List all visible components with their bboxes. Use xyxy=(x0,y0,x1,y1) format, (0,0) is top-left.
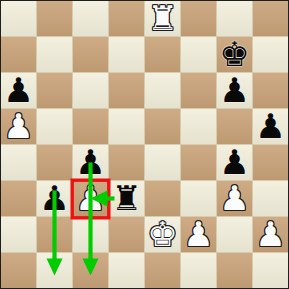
white-pawn-h2[interactable]: ♟ xyxy=(255,217,285,251)
chess-board: ♜♚♟♟♟♟♟♟♟♟♜♟♚♟♟ xyxy=(0,0,289,289)
square-a6[interactable]: ♟ xyxy=(1,73,36,108)
square-b6[interactable] xyxy=(37,73,72,108)
square-e3[interactable] xyxy=(145,181,180,216)
square-b7[interactable] xyxy=(37,37,72,72)
square-c1[interactable] xyxy=(73,253,108,288)
black-pawn-b3[interactable]: ♟ xyxy=(39,181,69,215)
white-pawn-a5[interactable]: ♟ xyxy=(3,109,33,143)
square-d2[interactable] xyxy=(109,217,144,252)
square-d4[interactable] xyxy=(109,145,144,180)
square-f7[interactable] xyxy=(181,37,216,72)
square-h5[interactable]: ♟ xyxy=(253,109,288,144)
square-e2[interactable]: ♚ xyxy=(145,217,180,252)
black-pawn-g4[interactable]: ♟ xyxy=(219,145,249,179)
square-g5[interactable] xyxy=(217,109,252,144)
square-b8[interactable] xyxy=(37,1,72,36)
square-b2[interactable] xyxy=(37,217,72,252)
square-f2[interactable]: ♟ xyxy=(181,217,216,252)
square-h7[interactable] xyxy=(253,37,288,72)
square-h1[interactable] xyxy=(253,253,288,288)
square-e4[interactable] xyxy=(145,145,180,180)
black-pawn-a6[interactable]: ♟ xyxy=(3,73,33,107)
white-pawn-f2[interactable]: ♟ xyxy=(183,217,213,251)
square-c7[interactable] xyxy=(73,37,108,72)
square-f1[interactable] xyxy=(181,253,216,288)
square-d5[interactable] xyxy=(109,109,144,144)
square-e6[interactable] xyxy=(145,73,180,108)
square-f4[interactable] xyxy=(181,145,216,180)
black-pawn-h5[interactable]: ♟ xyxy=(255,109,285,143)
square-b1[interactable] xyxy=(37,253,72,288)
square-e5[interactable] xyxy=(145,109,180,144)
square-e8[interactable]: ♜ xyxy=(145,1,180,36)
square-e1[interactable] xyxy=(145,253,180,288)
black-pawn-g6[interactable]: ♟ xyxy=(219,73,249,107)
square-c2[interactable] xyxy=(73,217,108,252)
square-f6[interactable] xyxy=(181,73,216,108)
square-f3[interactable] xyxy=(181,181,216,216)
white-rook-e8[interactable]: ♜ xyxy=(147,1,177,35)
square-c6[interactable] xyxy=(73,73,108,108)
square-a3[interactable] xyxy=(1,181,36,216)
board-squares: ♜♚♟♟♟♟♟♟♟♟♜♟♚♟♟ xyxy=(0,0,289,289)
black-king-g7[interactable]: ♚ xyxy=(219,37,249,71)
square-e7[interactable] xyxy=(145,37,180,72)
white-pawn-g3[interactable]: ♟ xyxy=(219,181,249,215)
square-a8[interactable] xyxy=(1,1,36,36)
square-g1[interactable] xyxy=(217,253,252,288)
square-a4[interactable] xyxy=(1,145,36,180)
square-c3[interactable]: ♟ xyxy=(73,181,108,216)
square-d6[interactable] xyxy=(109,73,144,108)
black-pawn-c4[interactable]: ♟ xyxy=(75,145,105,179)
square-c4[interactable]: ♟ xyxy=(73,145,108,180)
square-d1[interactable] xyxy=(109,253,144,288)
square-h6[interactable] xyxy=(253,73,288,108)
square-g4[interactable]: ♟ xyxy=(217,145,252,180)
square-h8[interactable] xyxy=(253,1,288,36)
white-pawn-c3[interactable]: ♟ xyxy=(75,181,105,215)
square-h2[interactable]: ♟ xyxy=(253,217,288,252)
square-c5[interactable] xyxy=(73,109,108,144)
square-c8[interactable] xyxy=(73,1,108,36)
square-b4[interactable] xyxy=(37,145,72,180)
square-g8[interactable] xyxy=(217,1,252,36)
square-d7[interactable] xyxy=(109,37,144,72)
square-a7[interactable] xyxy=(1,37,36,72)
square-b3[interactable]: ♟ xyxy=(37,181,72,216)
square-a1[interactable] xyxy=(1,253,36,288)
square-h4[interactable] xyxy=(253,145,288,180)
square-b5[interactable] xyxy=(37,109,72,144)
square-a2[interactable] xyxy=(1,217,36,252)
white-king-e2[interactable]: ♚ xyxy=(147,217,177,251)
square-a5[interactable]: ♟ xyxy=(1,109,36,144)
square-g3[interactable]: ♟ xyxy=(217,181,252,216)
square-f8[interactable] xyxy=(181,1,216,36)
square-d3[interactable]: ♜ xyxy=(109,181,144,216)
square-f5[interactable] xyxy=(181,109,216,144)
black-rook-d3[interactable]: ♜ xyxy=(111,181,141,215)
square-h3[interactable] xyxy=(253,181,288,216)
square-g7[interactable]: ♚ xyxy=(217,37,252,72)
square-g2[interactable] xyxy=(217,217,252,252)
square-d8[interactable] xyxy=(109,1,144,36)
square-g6[interactable]: ♟ xyxy=(217,73,252,108)
